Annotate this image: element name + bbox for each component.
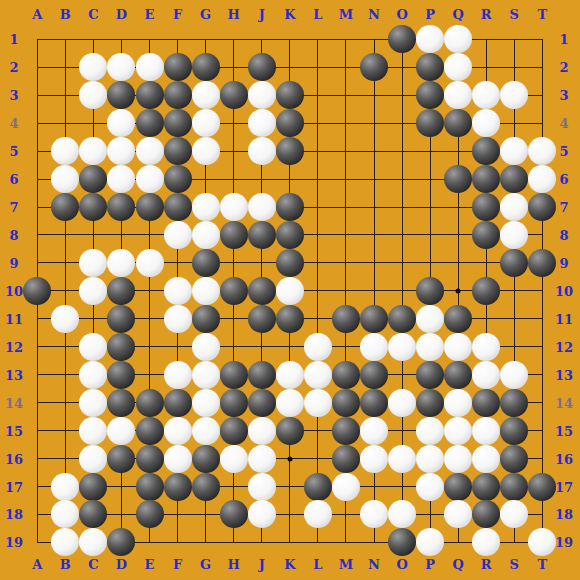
white-stone[interactable] [192,109,220,137]
black-stone[interactable] [164,473,192,501]
white-stone[interactable] [164,221,192,249]
white-stone[interactable] [304,500,332,528]
black-stone[interactable] [107,305,135,333]
row-label-left-1: 1 [9,33,18,46]
black-stone[interactable] [51,193,79,221]
black-stone[interactable] [500,249,528,277]
black-stone[interactable] [444,473,472,501]
black-stone[interactable] [107,81,135,109]
black-stone[interactable] [472,137,500,165]
column-label-bottom-K: K [284,558,295,571]
black-stone[interactable] [107,389,135,417]
black-stone[interactable] [276,221,304,249]
black-stone[interactable] [136,417,164,445]
white-stone[interactable] [304,333,332,361]
black-stone[interactable] [23,277,51,305]
black-stone[interactable] [248,305,276,333]
white-stone[interactable] [416,417,444,445]
white-stone[interactable] [79,389,107,417]
white-stone[interactable] [416,305,444,333]
white-stone[interactable] [360,445,388,473]
black-stone[interactable] [276,193,304,221]
black-stone[interactable] [500,389,528,417]
black-stone[interactable] [276,81,304,109]
row-label-left-19: 19 [5,536,23,549]
column-label-top-E: E [145,8,155,21]
white-stone[interactable] [472,528,500,556]
grid-line-vertical [317,39,318,543]
row-label-right-18: 18 [555,508,573,521]
column-label-top-C: C [88,8,98,21]
row-label-right-10: 10 [555,284,573,297]
column-label-bottom-M: M [339,558,353,571]
black-stone[interactable] [248,361,276,389]
row-label-left-8: 8 [9,228,18,241]
black-stone[interactable] [220,500,248,528]
black-stone[interactable] [500,417,528,445]
column-label-bottom-G: G [200,558,211,571]
black-stone[interactable] [220,389,248,417]
black-stone[interactable] [136,445,164,473]
white-stone[interactable] [416,445,444,473]
white-stone[interactable] [192,193,220,221]
white-stone[interactable] [192,417,220,445]
black-stone[interactable] [164,193,192,221]
white-stone[interactable] [220,445,248,473]
white-stone[interactable] [444,333,472,361]
white-stone[interactable] [248,473,276,501]
row-label-right-2: 2 [559,61,568,74]
black-stone[interactable] [332,417,360,445]
white-stone[interactable] [248,137,276,165]
black-stone[interactable] [388,25,416,53]
black-stone[interactable] [248,53,276,81]
row-label-right-19: 19 [555,536,573,549]
black-stone[interactable] [472,473,500,501]
black-stone[interactable] [136,500,164,528]
black-stone[interactable] [79,165,107,193]
row-label-right-4: 4 [559,117,568,130]
black-stone[interactable] [164,53,192,81]
black-stone[interactable] [220,81,248,109]
row-label-right-13: 13 [555,368,573,381]
black-stone[interactable] [192,249,220,277]
grid-line-vertical [65,39,66,543]
column-label-top-S: S [510,8,519,21]
black-stone[interactable] [472,277,500,305]
white-stone[interactable] [444,500,472,528]
white-stone[interactable] [388,445,416,473]
black-stone[interactable] [276,249,304,277]
row-label-left-10: 10 [5,284,23,297]
white-stone[interactable] [51,305,79,333]
column-label-bottom-A: A [32,558,42,571]
black-stone[interactable] [416,389,444,417]
row-label-left-5: 5 [9,145,18,158]
column-label-bottom-L: L [313,558,322,571]
column-label-top-J: J [259,8,265,21]
black-stone[interactable] [500,473,528,501]
column-label-top-P: P [425,8,435,21]
black-stone[interactable] [220,417,248,445]
black-stone[interactable] [528,193,556,221]
white-stone[interactable] [276,389,304,417]
row-label-right-9: 9 [559,256,568,269]
white-stone[interactable] [472,361,500,389]
black-stone[interactable] [136,109,164,137]
row-label-right-3: 3 [559,89,568,102]
white-stone[interactable] [416,25,444,53]
row-label-left-3: 3 [9,89,18,102]
column-label-top-G: G [200,8,211,21]
white-stone[interactable] [472,109,500,137]
white-stone[interactable] [388,333,416,361]
white-stone[interactable] [136,137,164,165]
white-stone[interactable] [136,53,164,81]
row-label-left-6: 6 [9,173,18,186]
black-stone[interactable] [248,221,276,249]
white-stone[interactable] [192,137,220,165]
black-stone[interactable] [332,389,360,417]
white-stone[interactable] [500,500,528,528]
column-label-top-B: B [60,8,71,21]
white-stone[interactable] [164,361,192,389]
white-stone[interactable] [79,53,107,81]
white-stone[interactable] [472,445,500,473]
white-stone[interactable] [79,277,107,305]
column-label-bottom-B: B [60,558,71,571]
black-stone[interactable] [164,109,192,137]
white-stone[interactable] [51,500,79,528]
black-stone[interactable] [416,109,444,137]
column-label-bottom-J: J [259,558,265,571]
white-stone[interactable] [107,137,135,165]
black-stone[interactable] [248,277,276,305]
go-board-screen: ABCDEFGHJKLMNOPQRST ABCDEFGHJKLMNOPQRST … [0,0,580,580]
black-stone[interactable] [528,473,556,501]
white-stone[interactable] [192,361,220,389]
white-stone[interactable] [164,445,192,473]
black-stone[interactable] [164,81,192,109]
black-stone[interactable] [220,361,248,389]
row-label-left-2: 2 [9,61,18,74]
black-stone[interactable] [164,165,192,193]
black-stone[interactable] [192,305,220,333]
white-stone[interactable] [79,417,107,445]
white-stone[interactable] [192,277,220,305]
black-stone[interactable] [332,445,360,473]
column-label-bottom-H: H [228,558,240,571]
black-stone[interactable] [136,473,164,501]
black-stone[interactable] [164,389,192,417]
black-stone[interactable] [107,361,135,389]
black-stone[interactable] [276,305,304,333]
white-stone[interactable] [528,165,556,193]
black-stone[interactable] [360,361,388,389]
white-stone[interactable] [500,137,528,165]
white-stone[interactable] [192,333,220,361]
white-stone[interactable] [79,333,107,361]
white-stone[interactable] [79,361,107,389]
black-stone[interactable] [332,305,360,333]
row-label-left-11: 11 [5,312,23,325]
black-stone[interactable] [136,81,164,109]
black-stone[interactable] [107,333,135,361]
white-stone[interactable] [136,249,164,277]
white-stone[interactable] [248,193,276,221]
black-stone[interactable] [416,277,444,305]
black-stone[interactable] [472,500,500,528]
black-stone[interactable] [164,137,192,165]
row-label-right-1: 1 [559,33,568,46]
black-stone[interactable] [276,109,304,137]
white-stone[interactable] [51,473,79,501]
black-stone[interactable] [444,109,472,137]
column-label-top-O: O [396,8,407,21]
row-label-right-7: 7 [559,201,568,214]
white-stone[interactable] [416,473,444,501]
row-label-left-16: 16 [5,452,23,465]
star-point-K16 [287,456,292,461]
white-stone[interactable] [192,81,220,109]
column-label-top-N: N [368,8,380,21]
black-stone[interactable] [444,165,472,193]
black-stone[interactable] [107,528,135,556]
row-label-left-7: 7 [9,201,18,214]
black-stone[interactable] [136,193,164,221]
column-label-bottom-S: S [510,558,519,571]
white-stone[interactable] [388,500,416,528]
column-label-top-Q: Q [453,8,464,21]
black-stone[interactable] [416,81,444,109]
black-stone[interactable] [136,389,164,417]
black-stone[interactable] [416,361,444,389]
black-stone[interactable] [107,445,135,473]
column-label-bottom-P: P [425,558,435,571]
white-stone[interactable] [388,389,416,417]
black-stone[interactable] [444,361,472,389]
row-label-right-8: 8 [559,228,568,241]
column-label-bottom-F: F [173,558,182,571]
black-stone[interactable] [500,445,528,473]
black-stone[interactable] [79,473,107,501]
white-stone[interactable] [107,53,135,81]
white-stone[interactable] [332,473,360,501]
black-stone[interactable] [472,221,500,249]
black-stone[interactable] [276,417,304,445]
column-label-top-H: H [228,8,240,21]
white-stone[interactable] [192,389,220,417]
black-stone[interactable] [248,389,276,417]
black-stone[interactable] [472,389,500,417]
black-stone[interactable] [332,361,360,389]
black-stone[interactable] [528,249,556,277]
white-stone[interactable] [79,528,107,556]
column-label-bottom-N: N [368,558,380,571]
black-stone[interactable] [388,528,416,556]
column-label-top-F: F [173,8,182,21]
white-stone[interactable] [164,305,192,333]
row-label-left-13: 13 [5,368,23,381]
black-stone[interactable] [79,500,107,528]
column-label-top-A: A [32,8,42,21]
row-label-right-5: 5 [559,145,568,158]
white-stone[interactable] [472,81,500,109]
black-stone[interactable] [388,305,416,333]
white-stone[interactable] [360,417,388,445]
black-stone[interactable] [444,305,472,333]
row-label-right-12: 12 [555,340,573,353]
black-stone[interactable] [360,53,388,81]
black-stone[interactable] [192,473,220,501]
row-label-right-17: 17 [555,480,573,493]
white-stone[interactable] [416,333,444,361]
column-label-top-R: R [481,8,492,21]
white-stone[interactable] [500,193,528,221]
white-stone[interactable] [444,25,472,53]
column-label-top-T: T [538,8,548,21]
black-stone[interactable] [360,305,388,333]
row-label-left-4: 4 [9,117,18,130]
black-stone[interactable] [304,473,332,501]
column-label-bottom-O: O [396,558,407,571]
column-label-bottom-Q: Q [453,558,464,571]
white-stone[interactable] [248,500,276,528]
white-stone[interactable] [304,361,332,389]
white-stone[interactable] [472,333,500,361]
white-stone[interactable] [276,361,304,389]
white-stone[interactable] [107,417,135,445]
row-label-right-15: 15 [555,424,573,437]
black-stone[interactable] [472,193,500,221]
black-stone[interactable] [360,389,388,417]
column-label-bottom-T: T [538,558,548,571]
white-stone[interactable] [444,417,472,445]
white-stone[interactable] [248,81,276,109]
white-stone[interactable] [500,81,528,109]
white-stone[interactable] [444,389,472,417]
row-label-left-17: 17 [5,480,23,493]
row-label-right-14: 14 [555,396,573,409]
grid-line-vertical [542,39,543,543]
white-stone[interactable] [164,417,192,445]
black-stone[interactable] [107,277,135,305]
white-stone[interactable] [528,528,556,556]
white-stone[interactable] [248,417,276,445]
white-stone[interactable] [79,137,107,165]
row-label-left-15: 15 [5,424,23,437]
black-stone[interactable] [220,221,248,249]
white-stone[interactable] [528,137,556,165]
column-label-bottom-R: R [481,558,492,571]
white-stone[interactable] [107,165,135,193]
white-stone[interactable] [276,277,304,305]
column-label-top-D: D [116,8,127,21]
white-stone[interactable] [192,221,220,249]
black-stone[interactable] [500,165,528,193]
column-label-bottom-D: D [116,558,127,571]
row-label-left-18: 18 [5,508,23,521]
column-label-bottom-C: C [88,558,98,571]
white-stone[interactable] [164,277,192,305]
white-stone[interactable] [248,109,276,137]
black-stone[interactable] [416,53,444,81]
white-stone[interactable] [416,528,444,556]
row-label-left-12: 12 [5,340,23,353]
white-stone[interactable] [360,333,388,361]
white-stone[interactable] [51,165,79,193]
white-stone[interactable] [79,81,107,109]
star-point-Q10 [456,288,461,293]
black-stone[interactable] [192,53,220,81]
white-stone[interactable] [79,445,107,473]
white-stone[interactable] [500,221,528,249]
white-stone[interactable] [220,193,248,221]
white-stone[interactable] [79,249,107,277]
white-stone[interactable] [248,445,276,473]
white-stone[interactable] [500,361,528,389]
white-stone[interactable] [472,417,500,445]
row-label-left-9: 9 [9,256,18,269]
row-label-right-11: 11 [555,312,573,325]
column-label-top-L: L [313,8,322,21]
row-label-left-14: 14 [5,396,23,409]
row-label-right-16: 16 [555,452,573,465]
column-label-top-M: M [339,8,353,21]
white-stone[interactable] [51,137,79,165]
black-stone[interactable] [192,445,220,473]
black-stone[interactable] [220,277,248,305]
white-stone[interactable] [51,528,79,556]
white-stone[interactable] [304,389,332,417]
white-stone[interactable] [136,165,164,193]
white-stone[interactable] [107,109,135,137]
column-label-bottom-E: E [145,558,155,571]
black-stone[interactable] [472,165,500,193]
white-stone[interactable] [444,53,472,81]
black-stone[interactable] [107,193,135,221]
column-label-top-K: K [284,8,295,21]
row-label-right-6: 6 [559,173,568,186]
white-stone[interactable] [360,500,388,528]
white-stone[interactable] [107,249,135,277]
black-stone[interactable] [276,137,304,165]
white-stone[interactable] [444,445,472,473]
black-stone[interactable] [79,193,107,221]
white-stone[interactable] [444,81,472,109]
